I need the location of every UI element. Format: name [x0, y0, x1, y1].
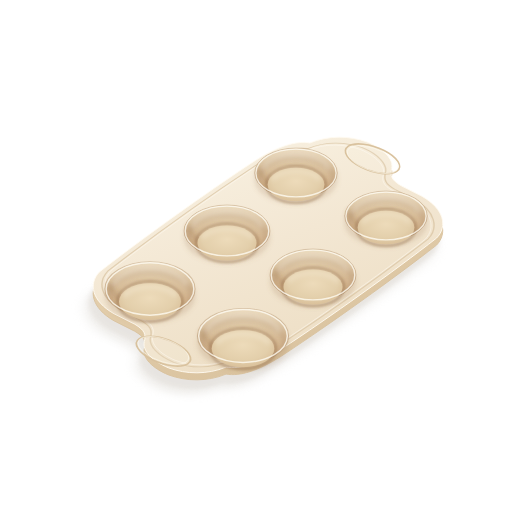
product-photo-muffin-pan: [0, 0, 512, 512]
cup-center: [270, 249, 356, 306]
cup-mid-left: [184, 205, 270, 262]
cup-bottom-center: [197, 308, 288, 368]
cup-bottom-left: [105, 262, 195, 322]
cup-top-right: [345, 191, 428, 246]
cup-top: [255, 148, 338, 203]
photo-background: [0, 0, 512, 512]
